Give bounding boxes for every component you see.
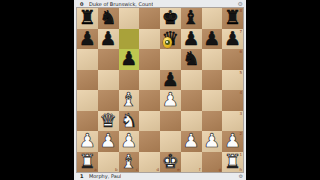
piece-white-bishop[interactable]: ♝ xyxy=(120,90,137,110)
square-c3[interactable]: ♞ xyxy=(119,111,140,132)
square-h7[interactable]: ♟7 xyxy=(222,29,243,50)
square-g5[interactable] xyxy=(202,70,223,91)
square-a8[interactable]: ♜ xyxy=(77,8,98,29)
piece-white-pawn[interactable]: ♟ xyxy=(79,131,96,151)
square-f4[interactable] xyxy=(181,90,202,111)
square-h4[interactable]: 4 xyxy=(222,90,243,111)
square-g1[interactable]: g xyxy=(202,152,223,173)
gear-icon[interactable]: ⚙ xyxy=(239,174,243,179)
piece-black-king[interactable]: ♚ xyxy=(162,8,179,28)
square-d7[interactable] xyxy=(139,29,160,50)
square-c6[interactable]: ♟ xyxy=(119,49,140,70)
piece-black-pawn[interactable]: ♟ xyxy=(79,29,96,49)
square-c5[interactable] xyxy=(119,70,140,91)
piece-white-king[interactable]: ♚ xyxy=(162,152,179,172)
square-c2[interactable]: ♟ xyxy=(119,131,140,152)
file-label: g xyxy=(219,168,222,172)
square-b2[interactable]: ♟ xyxy=(98,131,119,152)
square-e4[interactable]: ♟ xyxy=(160,90,181,111)
square-d6[interactable] xyxy=(139,49,160,70)
rank-label: 6 xyxy=(239,50,242,54)
square-c1[interactable]: ♝c xyxy=(119,152,140,173)
square-d3[interactable] xyxy=(139,111,160,132)
piece-white-rook[interactable]: ♜ xyxy=(224,152,241,172)
square-g3[interactable] xyxy=(202,111,223,132)
piece-white-rook[interactable]: ♜ xyxy=(79,152,96,172)
file-label: b xyxy=(115,168,118,172)
square-d4[interactable] xyxy=(139,90,160,111)
square-e8[interactable]: ♚ xyxy=(160,8,181,29)
piece-white-pawn[interactable]: ♟ xyxy=(162,90,179,110)
piece-black-knight[interactable]: ♞ xyxy=(100,8,117,28)
square-d5[interactable] xyxy=(139,70,160,91)
square-b3[interactable]: ♛ xyxy=(98,111,119,132)
square-e2[interactable] xyxy=(160,131,181,152)
top-player-name: Duke of Brunswick, Count xyxy=(89,2,153,7)
square-a1[interactable]: ♜a xyxy=(77,152,98,173)
square-h2[interactable]: ♟2 xyxy=(222,131,243,152)
piece-black-pawn[interactable]: ♟ xyxy=(162,70,179,90)
square-f7[interactable]: ♟ xyxy=(181,29,202,50)
square-b5[interactable] xyxy=(98,70,119,91)
square-c8[interactable] xyxy=(119,8,140,29)
rank-label: 4 xyxy=(239,91,242,95)
square-h1[interactable]: ♜1h xyxy=(222,152,243,173)
square-d1[interactable]: d xyxy=(139,152,160,173)
square-g7[interactable]: ♟ xyxy=(202,29,223,50)
square-f8[interactable]: ♝ xyxy=(181,8,202,29)
square-g8[interactable] xyxy=(202,8,223,29)
piece-white-bishop[interactable]: ♝ xyxy=(120,152,137,172)
app-window: 0 Duke of Brunswick, Count ⚙ ♜♞♚♝♜8♟♟♛♟♟… xyxy=(0,0,320,180)
rank-label: 5 xyxy=(239,71,242,75)
square-h3[interactable]: 3 xyxy=(222,111,243,132)
square-a4[interactable] xyxy=(77,90,98,111)
square-h8[interactable]: ♜8 xyxy=(222,8,243,29)
square-a3[interactable] xyxy=(77,111,98,132)
square-b1[interactable]: b xyxy=(98,152,119,173)
piece-white-pawn[interactable]: ♟ xyxy=(183,131,200,151)
rank-label: 3 xyxy=(239,112,242,116)
square-f5[interactable] xyxy=(181,70,202,91)
piece-white-pawn[interactable]: ♟ xyxy=(120,131,137,151)
square-a2[interactable]: ♟ xyxy=(77,131,98,152)
square-b7[interactable]: ♟ xyxy=(98,29,119,50)
piece-black-pawn[interactable]: ♟ xyxy=(203,29,220,49)
bottom-player-name: Morphy, Paul xyxy=(89,174,121,179)
bottom-player-score: 1 xyxy=(80,174,89,179)
square-b6[interactable] xyxy=(98,49,119,70)
square-b8[interactable]: ♞ xyxy=(98,8,119,29)
piece-white-pawn[interactable]: ♟ xyxy=(224,131,241,151)
square-c4[interactable]: ♝ xyxy=(119,90,140,111)
piece-black-rook[interactable]: ♜ xyxy=(79,8,96,28)
square-g4[interactable] xyxy=(202,90,223,111)
piece-black-pawn[interactable]: ♟ xyxy=(120,49,137,69)
piece-black-pawn[interactable]: ♟ xyxy=(224,29,241,49)
chess-board[interactable]: ♜♞♚♝♜8♟♟♛♟♟♟7♟♞6♟5♝♟4♛♞3♟♟♟♟♟♟2♜ab♝cd♚ef… xyxy=(77,8,243,172)
square-a6[interactable] xyxy=(77,49,98,70)
square-e5[interactable]: ♟ xyxy=(160,70,181,91)
piece-black-bishop[interactable]: ♝ xyxy=(183,8,200,28)
square-e7[interactable]: ♛ xyxy=(160,29,181,50)
square-f6[interactable]: ♞ xyxy=(181,49,202,70)
square-e3[interactable] xyxy=(160,111,181,132)
square-b4[interactable] xyxy=(98,90,119,111)
square-h5[interactable]: 5 xyxy=(222,70,243,91)
square-g2[interactable]: ♟ xyxy=(202,131,223,152)
square-g6[interactable] xyxy=(202,49,223,70)
square-f1[interactable]: f xyxy=(181,152,202,173)
square-c7[interactable] xyxy=(119,29,140,50)
piece-black-pawn[interactable]: ♟ xyxy=(183,29,200,49)
square-d8[interactable] xyxy=(139,8,160,29)
file-label: f xyxy=(199,168,200,172)
piece-white-knight[interactable]: ♞ xyxy=(120,111,137,131)
square-d2[interactable] xyxy=(139,131,160,152)
square-f2[interactable]: ♟ xyxy=(181,131,202,152)
piece-black-pawn[interactable]: ♟ xyxy=(100,29,117,49)
file-label: d xyxy=(156,168,159,172)
square-h6[interactable]: 6 xyxy=(222,49,243,70)
piece-black-rook[interactable]: ♜ xyxy=(224,8,241,28)
piece-white-queen[interactable]: ♛ xyxy=(100,111,117,131)
piece-white-pawn[interactable]: ♟ xyxy=(100,131,117,151)
chess-viewer-panel: 0 Duke of Brunswick, Count ⚙ ♜♞♚♝♜8♟♟♛♟♟… xyxy=(74,0,246,180)
piece-black-knight[interactable]: ♞ xyxy=(183,49,200,69)
square-f3[interactable] xyxy=(181,111,202,132)
square-a5[interactable] xyxy=(77,70,98,91)
gold-badge-icon xyxy=(163,37,172,48)
square-e6[interactable] xyxy=(160,49,181,70)
piece-white-pawn[interactable]: ♟ xyxy=(203,131,220,151)
square-a7[interactable]: ♟ xyxy=(77,29,98,50)
square-e1[interactable]: ♚e xyxy=(160,152,181,173)
bottom-player-bar: 1 Morphy, Paul ⚙ xyxy=(74,172,246,180)
